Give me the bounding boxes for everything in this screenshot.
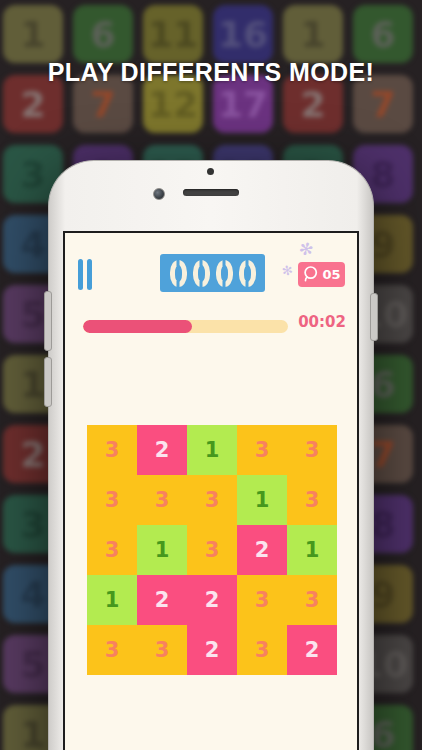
board-cell-r3c2[interactable]: 1 — [137, 525, 187, 575]
bg-tile-11: 11 — [143, 5, 203, 63]
score-digit-0 — [193, 260, 210, 287]
bg-tile-6: 6 — [73, 5, 133, 63]
time-progress-fill — [83, 320, 192, 333]
board-cell-r1c1[interactable]: 3 — [87, 425, 137, 475]
power-button — [370, 293, 378, 341]
earpiece-speaker — [183, 189, 239, 196]
board-cell-r1c5[interactable]: 3 — [287, 425, 337, 475]
bg-tile-1: 1 — [283, 5, 343, 63]
game-board: 3213333313313211223333232 — [87, 425, 337, 675]
hint-button[interactable]: 05 — [298, 262, 345, 287]
board-cell-r5c5[interactable]: 2 — [287, 625, 337, 675]
board-cell-r4c1[interactable]: 1 — [87, 575, 137, 625]
proximity-sensor-dot — [207, 168, 214, 175]
score-digit-0 — [170, 260, 187, 287]
page-title: PLAY DIFFERENTS MODE! — [0, 58, 422, 87]
pause-bars-icon — [87, 259, 92, 290]
board-cell-r4c4[interactable]: 3 — [237, 575, 287, 625]
board-cell-r5c2[interactable]: 3 — [137, 625, 187, 675]
board-cell-r3c5[interactable]: 1 — [287, 525, 337, 575]
time-progress-bar — [83, 320, 288, 333]
pause-button[interactable] — [78, 259, 94, 290]
bg-tile-1: 1 — [3, 5, 63, 63]
board-cell-r4c3[interactable]: 2 — [187, 575, 237, 625]
board-cell-r5c3[interactable]: 2 — [187, 625, 237, 675]
board-cell-r2c2[interactable]: 3 — [137, 475, 187, 525]
board-cell-r1c2[interactable]: 2 — [137, 425, 187, 475]
board-cell-r1c3[interactable]: 1 — [187, 425, 237, 475]
game-screen: 0000 ✻ ✻ 05 00:02 3213333313313211223333… — [63, 231, 359, 750]
board-cell-r2c3[interactable]: 3 — [187, 475, 237, 525]
bg-tile-16: 16 — [213, 5, 273, 63]
board-cell-r5c4[interactable]: 3 — [237, 625, 287, 675]
app-store-screenshot: 1611161627121727381318384914194951015205… — [0, 0, 422, 750]
timer-text: 00:02 — [297, 313, 347, 331]
board-cell-r2c4[interactable]: 1 — [237, 475, 287, 525]
score-display: 0000 — [160, 254, 265, 292]
board-cell-r4c5[interactable]: 3 — [287, 575, 337, 625]
volume-up-button — [44, 291, 52, 351]
score-digits — [170, 260, 256, 287]
board-cell-r3c3[interactable]: 3 — [187, 525, 237, 575]
score-digit-0 — [216, 260, 233, 287]
volume-down-button — [44, 357, 52, 407]
hint-count: 05 — [322, 267, 340, 282]
board-cell-r2c1[interactable]: 3 — [87, 475, 137, 525]
pause-bars-icon — [78, 259, 83, 290]
bg-tile-6: 6 — [353, 5, 413, 63]
board-cell-r2c5[interactable]: 3 — [287, 475, 337, 525]
board-cell-r5c1[interactable]: 3 — [87, 625, 137, 675]
board-cell-r1c4[interactable]: 3 — [237, 425, 287, 475]
front-camera — [153, 188, 165, 200]
board-cell-r3c1[interactable]: 3 — [87, 525, 137, 575]
restart-circle-icon — [302, 265, 319, 284]
flower-asterisk-icon: ✻ — [281, 263, 294, 278]
iphone-mockup: 0000 ✻ ✻ 05 00:02 3213333313313211223333… — [48, 160, 374, 750]
flower-asterisk-icon: ✻ — [297, 239, 315, 259]
board-cell-r4c2[interactable]: 2 — [137, 575, 187, 625]
board-cell-r3c4[interactable]: 2 — [237, 525, 287, 575]
score-digit-0 — [239, 260, 256, 287]
